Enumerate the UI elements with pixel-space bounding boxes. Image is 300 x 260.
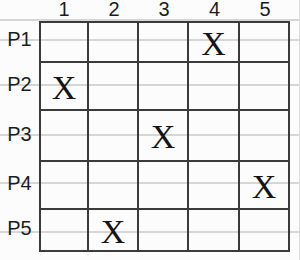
cell-P4-1 — [39, 162, 89, 210]
cell-P3-1 — [39, 111, 89, 162]
assignment-grid-screenshot: 1 2 3 4 5 P1 X P2 X P3 X P4 X P5 — [0, 0, 300, 260]
cell-P1-2 — [89, 21, 139, 63]
assignment-matrix: 1 2 3 4 5 P1 X P2 X P3 X P4 X P5 — [0, 0, 290, 252]
cell-P1-5 — [240, 21, 290, 63]
cell-P5-5 — [240, 210, 290, 252]
row-header-P5: P5 — [0, 207, 39, 249]
cell-P4-4 — [189, 162, 240, 210]
cell-P2-5 — [240, 63, 290, 111]
cell-P2-4 — [189, 63, 240, 111]
row-header-P4: P4 — [0, 159, 39, 207]
cell-P3-5 — [240, 111, 290, 162]
column-header-5: 5 — [240, 0, 290, 21]
column-header-4: 4 — [189, 0, 240, 21]
column-header-2: 2 — [89, 0, 139, 21]
cell-P1-3 — [139, 21, 189, 63]
cell-P3-4 — [189, 111, 240, 162]
cell-P4-2 — [89, 162, 139, 210]
cell-P2-1: X — [39, 63, 89, 111]
cell-P4-5: X — [240, 162, 290, 210]
cell-P2-3 — [139, 63, 189, 111]
cell-P1-4: X — [189, 21, 240, 63]
cell-P4-3 — [139, 162, 189, 210]
cell-P5-3 — [139, 210, 189, 252]
row-header-P2: P2 — [0, 60, 39, 108]
cell-P1-1 — [39, 21, 89, 63]
row-header-P3: P3 — [0, 108, 39, 159]
column-header-1: 1 — [39, 0, 89, 21]
cell-P2-2 — [89, 63, 139, 111]
cell-P3-2 — [89, 111, 139, 162]
cell-P5-2: X — [89, 210, 139, 252]
row-header-P1: P1 — [0, 18, 39, 60]
column-header-3: 3 — [139, 0, 189, 21]
cell-P5-4 — [189, 210, 240, 252]
cell-P5-1 — [39, 210, 89, 252]
cell-P3-3: X — [139, 111, 189, 162]
